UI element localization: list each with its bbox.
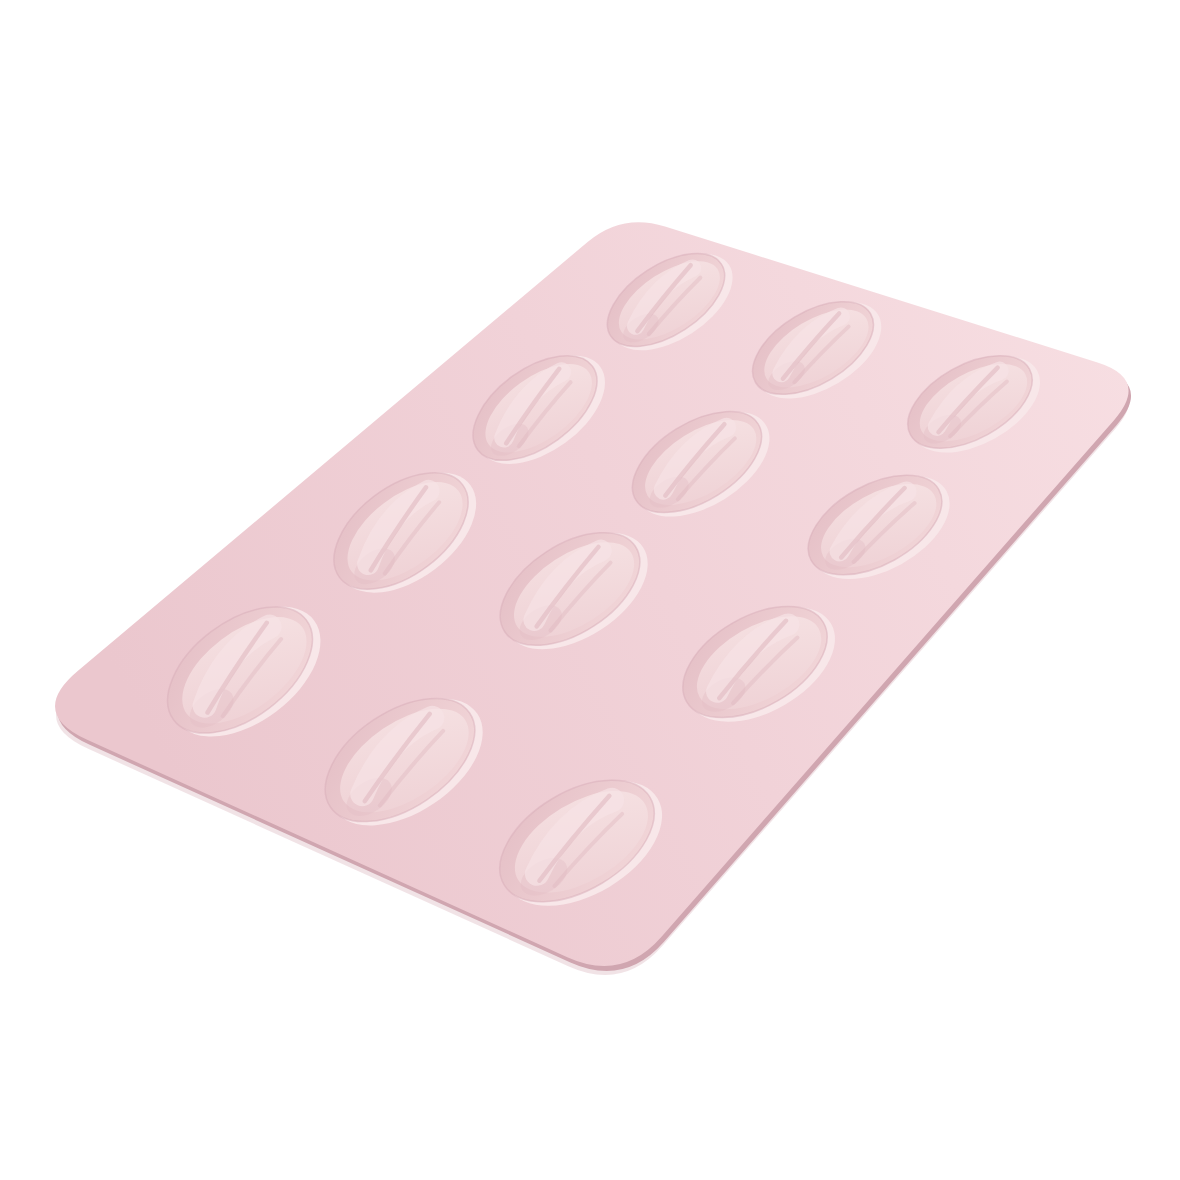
product-photo-stage: [0, 0, 1180, 1180]
product-photo: [0, 0, 1180, 1180]
